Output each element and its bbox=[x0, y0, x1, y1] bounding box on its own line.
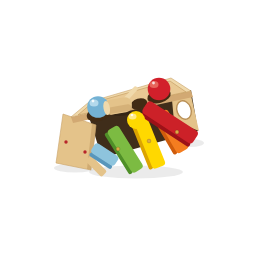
red-ball bbox=[148, 78, 171, 101]
blue-ball-specular bbox=[92, 100, 95, 103]
left-panel-peg-top bbox=[64, 140, 67, 143]
yellow-ball bbox=[127, 111, 145, 129]
left-panel-peg-bottom bbox=[83, 150, 86, 153]
yellow-ball-body bbox=[127, 111, 145, 129]
pin-3 bbox=[175, 130, 179, 134]
product-image bbox=[0, 0, 260, 260]
toy-illustration bbox=[0, 0, 260, 260]
red-ball-specular bbox=[152, 82, 155, 85]
pin-2 bbox=[147, 139, 151, 143]
pin-1 bbox=[116, 147, 120, 151]
red-ball-body bbox=[148, 78, 171, 101]
yellow-ball-specular bbox=[131, 114, 134, 117]
